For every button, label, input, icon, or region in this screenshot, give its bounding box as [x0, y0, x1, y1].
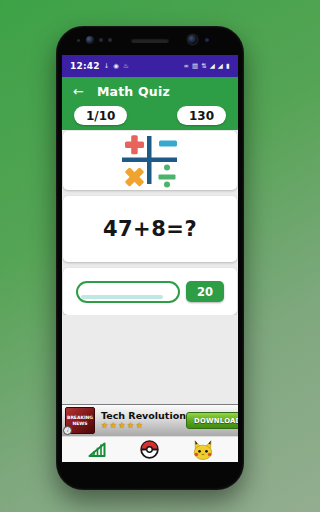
phone-frame: 12:42 ↓ ◉ ♨ ∞ ▥ ⇅ ◢ ◢ ▮ ← Math Quiz 1/10… — [56, 26, 244, 490]
notification-led-icon — [205, 38, 209, 42]
ad-download-button[interactable]: DOWNLOAD — [186, 412, 238, 429]
phone-screen: 12:42 ↓ ◉ ♨ ∞ ▥ ⇅ ◢ ◢ ▮ ← Math Quiz 1/10… — [62, 55, 238, 462]
ad-info-icon[interactable]: i — [63, 426, 72, 435]
clock: 12:42 — [70, 61, 100, 71]
ad-star-rating: ★★★★★ — [101, 422, 186, 430]
proximity-sensor-icon — [77, 39, 80, 42]
system-status-icons: ∞ ▥ ⇅ ◢ ◢ ▮ — [184, 62, 230, 70]
answer-progress-fill — [81, 295, 163, 299]
desktop-background: { "game": "math-quiz-arithmetic", "posit… — [0, 0, 300, 512]
multiply-icon — [120, 162, 150, 190]
large-cross-vertical — [147, 136, 152, 184]
divide-icon — [159, 164, 176, 187]
ad-banner[interactable]: BREAKING NEWS Tech Revolution ★★★★★ DOWN… — [62, 404, 238, 436]
pikachu-icon[interactable] — [192, 440, 214, 460]
status-bar: 12:42 ↓ ◉ ♨ ∞ ▥ ⇅ ◢ ◢ ▮ — [62, 55, 238, 77]
minus-icon — [159, 140, 177, 146]
ad-title: Tech Revolution — [101, 411, 186, 421]
sensor-dot-icon — [99, 38, 103, 42]
score-badge: 130 — [177, 106, 226, 125]
ad-text-block: Tech Revolution ★★★★★ — [101, 411, 186, 430]
back-arrow-icon[interactable]: ← — [73, 85, 84, 98]
answer-progress-bar[interactable] — [76, 281, 180, 303]
countdown-timer-badge: 20 — [186, 281, 224, 302]
slide-chart-icon[interactable] — [87, 441, 107, 458]
answer-row-card: 20 — [63, 268, 237, 315]
bottom-icon-row — [62, 436, 238, 462]
pokeball-icon[interactable] — [140, 440, 159, 459]
earpiece-speaker — [131, 38, 169, 43]
question-text: 47+8=? — [103, 217, 197, 241]
app-header: ← Math Quiz 1/10 130 — [62, 77, 238, 130]
sensor-dot-icon — [108, 38, 112, 42]
front-camera-icon — [188, 35, 197, 44]
question-card: 47+8=? — [63, 196, 237, 262]
math-operators-card — [63, 131, 237, 190]
plus-icon — [131, 135, 138, 154]
sensor-lens-icon — [86, 36, 94, 44]
phone-bottom-bezel — [56, 462, 244, 490]
page-title: Math Quiz — [97, 84, 170, 99]
ad-brand-line2: NEWS — [72, 421, 87, 427]
phone-top-bezel — [56, 26, 244, 55]
notification-icons: ↓ ◉ ♨ — [104, 62, 130, 70]
empty-screen-area — [62, 315, 238, 404]
math-operators-icon — [115, 132, 185, 190]
question-progress-badge: 1/10 — [74, 106, 127, 125]
